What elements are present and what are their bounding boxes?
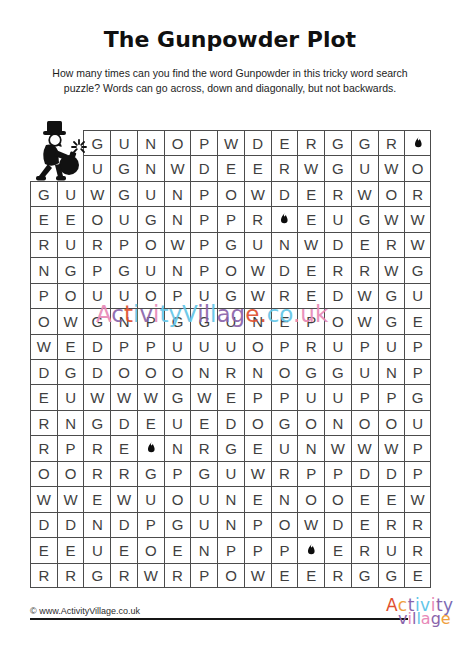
letter-cell: R xyxy=(83,461,110,486)
letter-cell: R xyxy=(351,537,378,562)
letter-cell: N xyxy=(190,359,217,384)
letter-cell: G xyxy=(378,283,405,308)
letter-cell: P xyxy=(244,512,271,537)
letter-cell: P xyxy=(404,334,431,359)
colored-letter: c xyxy=(267,301,280,327)
letter-cell: N xyxy=(190,537,217,562)
letter-cell: R xyxy=(378,512,405,537)
letter-cell: O xyxy=(137,232,164,257)
letter-cell: G xyxy=(190,461,217,486)
letter-cell: D xyxy=(351,461,378,486)
flame-cell xyxy=(137,435,164,460)
colored-letter: A xyxy=(96,301,111,327)
letter-cell: U xyxy=(217,334,244,359)
letter-cell: R xyxy=(30,232,57,257)
letter-cell: U xyxy=(164,410,191,435)
letter-cell: G xyxy=(271,410,298,435)
letter-cell: U xyxy=(57,232,84,257)
letter-cell: R xyxy=(164,563,191,588)
letter-cell: U xyxy=(190,334,217,359)
letter-cell: U xyxy=(110,130,137,155)
letter-cell: O xyxy=(271,512,298,537)
letter-cell: P xyxy=(271,537,298,562)
colored-letter: e xyxy=(441,609,451,628)
letter-cell: P xyxy=(297,461,324,486)
instructions-line1: How many times can you find the word Gun… xyxy=(52,67,407,79)
letter-cell: G xyxy=(57,359,84,384)
letter-cell: E xyxy=(244,435,271,460)
colored-letter: u xyxy=(300,301,315,327)
letter-cell: G xyxy=(378,563,405,588)
letter-cell: U xyxy=(164,334,191,359)
letter-cell: W xyxy=(297,232,324,257)
letter-cell: G xyxy=(83,563,110,588)
colored-letter: a xyxy=(217,301,231,327)
letter-cell: P xyxy=(190,232,217,257)
letter-cell: P xyxy=(110,334,137,359)
letter-cell: W xyxy=(30,486,57,511)
letter-cell: E xyxy=(217,384,244,409)
logo-line2: village xyxy=(398,611,454,627)
page-title: The Gunpowder Plot xyxy=(0,27,460,52)
letter-cell: N xyxy=(164,257,191,282)
letter-cell: G xyxy=(110,181,137,206)
letter-cell: D xyxy=(30,512,57,537)
letter-cell: G xyxy=(217,435,244,460)
letter-cell: N xyxy=(244,359,271,384)
letter-cell: D xyxy=(110,410,137,435)
letter-cell: U xyxy=(217,461,244,486)
letter-cell: N xyxy=(271,486,298,511)
letter-cell: N xyxy=(137,155,164,180)
letter-cell: U xyxy=(271,435,298,460)
letter-cell: D xyxy=(83,334,110,359)
flame-icon xyxy=(304,542,318,559)
divider-line xyxy=(30,618,408,620)
letter-cell: R xyxy=(244,206,271,231)
letter-cell: W xyxy=(378,155,405,180)
letter-cell: R xyxy=(110,563,137,588)
letter-cell: R xyxy=(83,232,110,257)
letter-cell: G xyxy=(351,563,378,588)
letter-cell: G xyxy=(164,512,191,537)
letter-cell: P xyxy=(351,334,378,359)
letter-cell: P xyxy=(271,334,298,359)
activity-village-logo: Activity village xyxy=(386,597,454,627)
letter-cell: U xyxy=(190,512,217,537)
letter-cell: E xyxy=(217,155,244,180)
letter-cell: O xyxy=(57,461,84,486)
letter-cell: P xyxy=(190,130,217,155)
letter-cell: O xyxy=(217,257,244,282)
letter-cell: U xyxy=(404,410,431,435)
colored-letter: c xyxy=(111,301,124,327)
letter-cell: R xyxy=(30,563,57,588)
letter-cell: G xyxy=(83,410,110,435)
letter-cell: W xyxy=(351,435,378,460)
letter-cell: O xyxy=(378,181,405,206)
letter-cell: E xyxy=(57,537,84,562)
letter-cell: U xyxy=(137,181,164,206)
letter-cell: W xyxy=(110,486,137,511)
activity-village-watermark: ActivityVillage.co.uk xyxy=(96,301,328,327)
letter-cell: G xyxy=(217,232,244,257)
colored-letter: y xyxy=(168,301,182,327)
letter-cell: O xyxy=(137,359,164,384)
letter-cell: E xyxy=(297,257,324,282)
letter-cell: W xyxy=(217,130,244,155)
letter-cell: R xyxy=(271,155,298,180)
letter-cell: R xyxy=(351,257,378,282)
letter-cell: W xyxy=(324,435,351,460)
letter-cell: E xyxy=(137,410,164,435)
letter-cell: O xyxy=(271,359,298,384)
letter-cell: P xyxy=(30,283,57,308)
letter-cell: P xyxy=(110,232,137,257)
copyright-text: © www.ActivityVillage.co.uk xyxy=(30,606,140,616)
colored-letter: o xyxy=(279,301,293,327)
letter-cell: O xyxy=(404,155,431,180)
letter-cell: O xyxy=(324,486,351,511)
letter-cell: W xyxy=(244,257,271,282)
letter-cell: E xyxy=(244,155,271,180)
letter-cell: N xyxy=(217,512,244,537)
letter-cell: W xyxy=(404,486,431,511)
letter-cell: N xyxy=(271,232,298,257)
letter-cell: G xyxy=(324,155,351,180)
letter-cell: N xyxy=(297,435,324,460)
letter-cell: W xyxy=(244,461,271,486)
flame-icon xyxy=(144,440,158,457)
letter-cell: G xyxy=(324,130,351,155)
letter-cell: O xyxy=(164,486,191,511)
letter-cell: R xyxy=(404,181,431,206)
letter-cell: D xyxy=(244,130,271,155)
letter-cell: G xyxy=(110,155,137,180)
colored-letter: t xyxy=(124,301,133,327)
letter-cell: W xyxy=(351,283,378,308)
letter-cell: O xyxy=(217,563,244,588)
colored-letter: v xyxy=(139,301,153,327)
letter-cell: U xyxy=(137,486,164,511)
letter-cell: W xyxy=(30,334,57,359)
letter-cell: R xyxy=(271,461,298,486)
letter-cell: W xyxy=(404,206,431,231)
letter-cell: D xyxy=(217,410,244,435)
letter-cell: R xyxy=(30,410,57,435)
letter-cell: W xyxy=(244,563,271,588)
letter-cell: N xyxy=(57,410,84,435)
letter-cell: E xyxy=(351,232,378,257)
letter-cell: W xyxy=(83,384,110,409)
letter-cell: W xyxy=(378,257,405,282)
letter-cell: P xyxy=(164,461,191,486)
letter-cell: U xyxy=(378,334,405,359)
letter-cell: E xyxy=(378,486,405,511)
letter-cell: R xyxy=(378,130,405,155)
colored-letter: A xyxy=(386,595,398,615)
flame-cell xyxy=(404,130,431,155)
letter-cell: P xyxy=(83,257,110,282)
letter-cell: P xyxy=(217,206,244,231)
letter-cell: R xyxy=(324,563,351,588)
letter-cell: P xyxy=(137,334,164,359)
letter-cell: W xyxy=(404,232,431,257)
letter-cell: D xyxy=(30,359,57,384)
letter-cell: P xyxy=(404,461,431,486)
letter-cell: O xyxy=(217,181,244,206)
letter-cell: U xyxy=(404,283,431,308)
letter-cell: E xyxy=(57,334,84,359)
letter-cell: P xyxy=(190,206,217,231)
letter-cell: E xyxy=(404,308,431,333)
letter-cell: P xyxy=(404,435,431,460)
instructions-line2: puzzle? Words can go across, down and di… xyxy=(64,82,396,94)
letter-cell: U xyxy=(378,537,405,562)
letter-cell: R xyxy=(83,435,110,460)
colored-letter: V xyxy=(182,301,197,327)
flame-cell xyxy=(271,206,298,231)
letter-cell: P xyxy=(244,384,271,409)
letter-cell: E xyxy=(271,563,298,588)
letter-cell: G xyxy=(404,384,431,409)
letter-cell: R xyxy=(378,232,405,257)
letter-cell: O xyxy=(164,130,191,155)
letter-cell: D xyxy=(378,461,405,486)
letter-cell: E xyxy=(30,206,57,231)
letter-cell: U xyxy=(244,232,271,257)
letter-cell: R xyxy=(190,435,217,460)
letter-cell: N xyxy=(164,181,191,206)
letter-cell: W xyxy=(297,155,324,180)
letter-cell: E xyxy=(324,537,351,562)
letter-cell: P xyxy=(404,359,431,384)
letter-cell: P xyxy=(190,257,217,282)
letter-cell: U xyxy=(137,257,164,282)
letter-cell: O xyxy=(164,359,191,384)
letter-cell: E xyxy=(30,384,57,409)
letter-cell: R xyxy=(324,181,351,206)
letter-cell: U xyxy=(351,155,378,180)
letter-cell: G xyxy=(83,130,110,155)
letter-cell: E xyxy=(271,130,298,155)
colored-letter: a xyxy=(421,609,431,628)
letter-cell: D xyxy=(110,512,137,537)
letter-cell: U xyxy=(297,384,324,409)
flame-icon xyxy=(277,211,291,228)
letter-cell: G xyxy=(137,206,164,231)
letter-cell: U xyxy=(351,359,378,384)
letter-cell: N xyxy=(164,206,191,231)
letter-cell: E xyxy=(30,537,57,562)
flame-icon xyxy=(411,135,425,152)
letter-cell: G xyxy=(57,257,84,282)
letter-cell: E xyxy=(351,486,378,511)
letter-cell: R xyxy=(404,537,431,562)
letter-cell: P xyxy=(378,384,405,409)
letter-cell: U xyxy=(324,334,351,359)
letter-cell: N xyxy=(217,486,244,511)
letter-cell: P xyxy=(137,512,164,537)
grid-area: GUNOPWDERGGRUGNWDEERWGUWOGUWGUNPOWDERWOR… xyxy=(30,130,431,588)
letter-cell: W xyxy=(351,308,378,333)
letter-cell: W xyxy=(57,308,84,333)
letter-cell: R xyxy=(297,334,324,359)
letter-cell: D xyxy=(324,232,351,257)
letter-cell: R xyxy=(110,461,137,486)
letter-cell: W xyxy=(297,512,324,537)
letter-cell: W xyxy=(137,384,164,409)
letter-cell: R xyxy=(404,512,431,537)
colored-letter: k xyxy=(315,301,328,327)
flame-cell xyxy=(297,537,324,562)
letter-cell: G xyxy=(110,257,137,282)
colored-letter: g xyxy=(231,301,246,327)
letter-cell: O xyxy=(30,461,57,486)
letter-cell: U xyxy=(324,384,351,409)
letter-cell: N xyxy=(30,257,57,282)
letter-cell: E xyxy=(297,563,324,588)
letter-cell: D xyxy=(324,512,351,537)
letter-cell: E xyxy=(190,410,217,435)
letter-cell: E xyxy=(351,512,378,537)
letter-cell: W xyxy=(244,181,271,206)
letter-cell: O xyxy=(244,410,271,435)
colored-letter: g xyxy=(431,609,441,628)
letter-cell: W xyxy=(190,384,217,409)
letter-cell: O xyxy=(244,334,271,359)
letter-cell: E xyxy=(83,486,110,511)
letter-cell: E xyxy=(297,181,324,206)
letter-cell: D xyxy=(57,512,84,537)
letter-cell: E xyxy=(244,486,271,511)
letter-cell: G xyxy=(137,461,164,486)
letter-cell: D xyxy=(83,359,110,384)
letter-cell: W xyxy=(378,435,405,460)
worksheet-page: The Gunpowder Plot How many times can yo… xyxy=(0,0,460,651)
colored-letter: e xyxy=(245,301,259,327)
letter-cell: R xyxy=(297,130,324,155)
letter-cell: N xyxy=(378,359,405,384)
letter-cell: G xyxy=(378,308,405,333)
instructions: How many times can you find the word Gun… xyxy=(0,66,460,96)
letter-cell: O xyxy=(30,308,57,333)
letter-cell: W xyxy=(110,384,137,409)
letter-cell: U xyxy=(83,537,110,562)
letter-cell: G xyxy=(404,257,431,282)
letter-cell: N xyxy=(164,435,191,460)
letter-cell: E xyxy=(57,206,84,231)
letter-cell: E xyxy=(110,435,137,460)
letter-cell: E xyxy=(110,537,137,562)
letter-cell: O xyxy=(57,283,84,308)
letter-cell: W xyxy=(351,181,378,206)
colored-letter: . xyxy=(259,301,266,327)
letter-cell: E xyxy=(297,206,324,231)
letter-cell: P xyxy=(190,563,217,588)
letter-cell: G xyxy=(351,206,378,231)
letter-cell: U xyxy=(324,206,351,231)
letter-cell: E xyxy=(164,537,191,562)
letter-cell: W xyxy=(164,155,191,180)
letter-cell: P xyxy=(351,384,378,409)
letter-cell: N xyxy=(324,410,351,435)
letter-cell: N xyxy=(83,512,110,537)
letter-cell: D xyxy=(271,257,298,282)
letter-cell: U xyxy=(57,384,84,409)
letter-cell: E xyxy=(404,563,431,588)
letter-cell: D xyxy=(190,155,217,180)
letter-cell: W xyxy=(83,181,110,206)
letter-cell: G xyxy=(324,359,351,384)
letter-cell: O xyxy=(110,359,137,384)
letter-cell: U xyxy=(83,155,110,180)
letter-cell: O xyxy=(297,410,324,435)
letter-cell: P xyxy=(244,537,271,562)
word-search-grid: GUNOPWDERGGRUGNWDEERWGUWOGUWGUNPOWDERWOR… xyxy=(30,130,431,588)
letter-cell: P xyxy=(57,435,84,460)
letter-cell: R xyxy=(57,563,84,588)
letter-cell: P xyxy=(217,537,244,562)
letter-cell: W xyxy=(378,206,405,231)
letter-cell: O xyxy=(297,486,324,511)
letter-cell: W xyxy=(164,232,191,257)
letter-cell: P xyxy=(190,181,217,206)
letter-cell: P xyxy=(271,384,298,409)
letter-cell: U xyxy=(190,486,217,511)
letter-cell: G xyxy=(297,359,324,384)
letter-cell: P xyxy=(324,461,351,486)
letter-cell: W xyxy=(57,486,84,511)
letter-cell: G xyxy=(164,384,191,409)
letter-cell: R xyxy=(324,257,351,282)
letter-cell: U xyxy=(110,206,137,231)
letter-cell: O xyxy=(137,537,164,562)
letter-cell: G xyxy=(351,130,378,155)
letter-cell: O xyxy=(351,410,378,435)
letter-cell: N xyxy=(137,130,164,155)
letter-cell: W xyxy=(137,563,164,588)
letter-cell: D xyxy=(271,181,298,206)
letter-cell: R xyxy=(217,359,244,384)
guy-fawkes-bomb-figure-icon xyxy=(23,119,87,189)
letter-cell: R xyxy=(30,435,57,460)
letter-cell: O xyxy=(378,410,405,435)
letter-cell: O xyxy=(83,206,110,231)
